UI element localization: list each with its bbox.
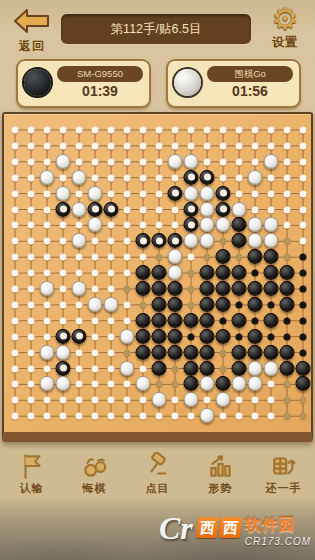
white-stone [200,233,215,248]
white-territory-dot [28,142,35,149]
white-territory-dot [44,142,51,149]
white-territory-dot [284,142,291,149]
white-territory-mark [156,237,163,244]
go-board[interactable] [2,112,313,442]
white-territory-dot [108,238,115,245]
white-territory-dot [124,254,131,261]
white-territory-dot [140,222,147,229]
black-stone [280,265,295,280]
undo-label: 悔棋 [67,481,123,496]
white-stone [136,376,151,391]
watermark-domain: CR173.COM [245,536,311,547]
white-territory-dot [172,413,179,420]
white-territory-dot [156,206,163,213]
white-territory-dot [220,127,227,134]
white-stone [40,170,55,185]
black-stone [264,281,279,296]
white-territory-dot [268,142,275,149]
black-stone [216,281,231,296]
black-stone [168,329,183,344]
white-territory-dot [252,190,259,197]
white-stone [264,217,279,232]
black-stone [264,344,279,359]
black-stone [152,313,167,328]
white-territory-dot [44,206,51,213]
black-player-card: SM-G9550 01:39 [16,59,151,108]
dead-black-stone [216,201,231,216]
dead-black-stone [136,233,151,248]
white-territory-dot [92,270,99,277]
white-territory-dot [12,238,19,245]
black-stone [248,329,263,344]
white-territory-dot [108,286,115,293]
white-territory-dot [108,397,115,404]
white-territory-dot [124,413,131,420]
white-territory-dot [300,222,307,229]
analysis-button[interactable]: 形势 [193,452,249,496]
white-territory-dot [124,127,131,134]
takeback-label: 还一手 [256,481,312,496]
white-territory-dot [124,158,131,165]
black-player-name: SM-G9550 [57,66,143,82]
white-territory-dot [268,190,275,197]
white-territory-dot [60,127,67,134]
black-stone [200,313,215,328]
white-stone [120,360,135,375]
board-grid [4,114,311,432]
white-stone-avatar [174,69,201,96]
white-territory-dot [220,158,227,165]
white-territory-dot [76,413,83,420]
white-territory-dot [60,413,67,420]
black-territory-dot [300,270,307,277]
black-stone [216,249,231,264]
black-stone [168,313,183,328]
dead-black-stone [168,185,183,200]
white-stone [248,376,263,391]
neutral-dot [156,381,163,388]
neutral-dot [188,270,195,277]
black-stone [264,313,279,328]
black-stone [152,360,167,375]
white-stone [264,360,279,375]
white-territory-dot [44,222,51,229]
white-territory-mark [188,205,195,212]
black-territory-dot [300,286,307,293]
white-stone [184,233,199,248]
white-stone [168,249,183,264]
white-territory-dot [76,222,83,229]
white-territory-dot [188,413,195,420]
white-stone [184,154,199,169]
white-territory-dot [12,222,19,229]
white-territory-dot [172,222,179,229]
white-territory-dot [156,222,163,229]
white-territory-dot [204,397,211,404]
white-territory-dot [124,206,131,213]
white-stone [56,154,71,169]
white-territory-dot [92,397,99,404]
dead-black-stone [88,201,103,216]
white-territory-dot [140,127,147,134]
count-button[interactable]: 点目 [130,452,186,496]
dead-black-stone [152,233,167,248]
black-stone [136,281,151,296]
white-territory-dot [44,158,51,165]
black-territory-dot [284,317,291,324]
watermark: Cr 西 西 软件园 CR173.COM [159,511,311,547]
black-territory-dot [300,301,307,308]
resign-label: 认输 [4,481,60,496]
move-info-bar: 第112手/贴6.5目 [61,14,251,44]
white-territory-dot [108,317,115,324]
white-territory-dot [28,333,35,340]
white-territory-dot [108,333,115,340]
white-territory-dot [12,174,19,181]
white-territory-dot [92,413,99,420]
white-stone [88,217,103,232]
black-territory-dot [236,333,243,340]
black-territory-dot [252,317,259,324]
white-stone [264,154,279,169]
watermark-site-char1: 西 [196,517,219,538]
white-territory-dot [28,158,35,165]
neutral-dot [300,413,307,420]
white-territory-dot [44,317,51,324]
count-gavel-icon [144,452,172,480]
white-stone [200,408,215,423]
neutral-dot [140,301,147,308]
white-territory-mark [172,189,179,196]
white-territory-dot [156,158,163,165]
white-territory-dot [92,254,99,261]
white-territory-dot [300,127,307,134]
black-player-clock: 01:39 [57,83,143,99]
go-app-screen: 返回 第112手/贴6.5目 ⚙ 设置 SM-G9550 01:39 围棋Go … [0,0,315,560]
black-territory-dot [236,301,243,308]
neutral-dot [188,286,195,293]
white-stone [56,344,71,359]
black-stone [264,265,279,280]
white-territory-dot [60,301,67,308]
black-stone [136,329,151,344]
black-stone [152,281,167,296]
white-territory-dot [44,238,51,245]
white-territory-dot [12,270,19,277]
white-territory-dot [76,365,83,372]
neutral-dot [284,381,291,388]
white-territory-dot [44,365,51,372]
white-territory-dot [124,238,131,245]
white-territory-dot [108,381,115,388]
white-territory-dot [124,190,131,197]
white-territory-dot [268,413,275,420]
white-territory-dot [252,413,259,420]
white-stone [40,281,55,296]
neutral-dot [172,381,179,388]
white-territory-dot [12,127,19,134]
white-territory-dot [284,222,291,229]
white-territory-dot [28,349,35,356]
white-territory-dot [76,349,83,356]
white-territory-dot [124,270,131,277]
white-stone [72,281,87,296]
white-territory-dot [220,413,227,420]
takeback-button[interactable]: 还一手 [256,452,312,496]
white-territory-dot [140,190,147,197]
white-territory-dot [188,142,195,149]
resign-button[interactable]: 认输 [4,452,60,496]
black-territory-dot [220,317,227,324]
white-territory-dot [108,158,115,165]
white-territory-dot [12,286,19,293]
white-territory-dot [236,397,243,404]
white-territory-dot [188,127,195,134]
black-stone [184,360,199,375]
white-player-name: 围棋Go [207,66,293,82]
neutral-dot [124,286,131,293]
black-stone [232,344,247,359]
white-stone [216,217,231,232]
neutral-dot [284,397,291,404]
white-territory-dot [12,142,19,149]
white-territory-dot [28,206,35,213]
white-territory-dot [28,190,35,197]
neutral-dot [156,254,163,261]
black-stone [216,376,231,391]
black-stone [264,249,279,264]
white-territory-dot [268,127,275,134]
white-territory-dot [44,333,51,340]
white-territory-dot [236,174,243,181]
neutral-dot [124,349,131,356]
white-territory-dot [108,222,115,229]
white-territory-dot [12,365,19,372]
black-stone [232,313,247,328]
settings-button[interactable]: ⚙ 设置 [261,4,309,51]
white-territory-dot [92,286,99,293]
white-territory-dot [108,127,115,134]
neutral-dot [220,365,227,372]
white-territory-dot [60,142,67,149]
black-stone [152,329,167,344]
white-territory-mark [76,333,83,340]
white-territory-dot [300,206,307,213]
white-territory-dot [12,349,19,356]
white-stone [120,329,135,344]
white-territory-dot [44,190,51,197]
black-stone [296,360,311,375]
white-territory-dot [124,222,131,229]
white-territory-dot [172,174,179,181]
white-territory-dot [236,142,243,149]
white-territory-dot [124,174,131,181]
white-territory-dot [252,397,259,404]
white-territory-dot [140,365,147,372]
white-stone [72,233,87,248]
white-territory-mark [60,333,67,340]
white-territory-dot [28,254,35,261]
black-stone [184,313,199,328]
white-territory-dot [92,381,99,388]
undo-button[interactable]: 悔棋 [67,452,123,496]
black-stone [216,329,231,344]
white-territory-dot [300,190,307,197]
white-territory-mark [140,237,147,244]
white-territory-dot [140,174,147,181]
white-stone [88,297,103,312]
white-territory-dot [268,381,275,388]
black-stone [248,249,263,264]
black-stone [152,344,167,359]
white-territory-dot [60,254,67,261]
white-territory-mark [92,205,99,212]
white-territory-mark [188,221,195,228]
white-stone [248,233,263,248]
white-territory-dot [124,397,131,404]
neutral-dot [220,238,227,245]
black-stone [280,360,295,375]
white-territory-dot [156,190,163,197]
white-territory-dot [220,174,227,181]
white-territory-dot [172,397,179,404]
white-territory-dot [124,381,131,388]
white-stone [200,185,215,200]
neutral-dot [300,397,307,404]
black-stone [152,265,167,280]
white-territory-dot [28,365,35,372]
white-territory-dot [108,254,115,261]
white-territory-dot [28,301,35,308]
white-territory-dot [108,349,115,356]
black-stone [168,281,183,296]
white-territory-dot [60,238,67,245]
watermark-site-char2: 西 [219,517,242,538]
white-territory-dot [28,317,35,324]
dead-black-stone [184,201,199,216]
back-arrow-icon [12,8,52,34]
dead-black-stone [216,185,231,200]
count-label: 点目 [130,481,186,496]
black-stone [248,281,263,296]
white-territory-dot [188,254,195,261]
white-stone [168,154,183,169]
black-territory-dot [300,317,307,324]
black-stone [280,297,295,312]
neutral-dot [188,301,195,308]
white-territory-dot [28,174,35,181]
white-territory-dot [60,286,67,293]
white-stone [216,392,231,407]
white-territory-dot [76,142,83,149]
white-territory-dot [92,238,99,245]
undo-stones-icon [81,452,109,480]
black-territory-dot [300,254,307,261]
white-territory-dot [76,254,83,261]
back-button[interactable]: 返回 [8,8,56,55]
white-stone [248,170,263,185]
white-territory-dot [156,413,163,420]
neutral-dot [172,365,179,372]
white-territory-dot [12,413,19,420]
black-stone [136,313,151,328]
white-territory-dot [92,142,99,149]
black-stone [200,297,215,312]
white-territory-dot [172,127,179,134]
white-territory-dot [28,397,35,404]
white-territory-dot [236,413,243,420]
black-stone [184,376,199,391]
white-territory-mark [220,205,227,212]
white-territory-dot [140,413,147,420]
black-stone [136,344,151,359]
white-stone [248,360,263,375]
dead-black-stone [56,360,71,375]
white-territory-dot [44,413,51,420]
white-territory-dot [108,142,115,149]
white-territory-dot [108,190,115,197]
white-territory-dot [140,142,147,149]
white-territory-dot [12,317,19,324]
dead-black-stone [56,201,71,216]
white-territory-dot [12,206,19,213]
white-territory-dot [12,333,19,340]
white-territory-dot [28,270,35,277]
white-territory-dot [92,174,99,181]
white-territory-dot [172,142,179,149]
white-stone [232,201,247,216]
white-territory-dot [268,174,275,181]
white-territory-dot [236,158,243,165]
white-territory-dot [204,158,211,165]
white-stone [248,217,263,232]
white-territory-dot [92,127,99,134]
white-territory-dot [204,142,211,149]
bottom-toolbar: 认输 悔棋 点目 [0,447,315,509]
white-territory-dot [108,365,115,372]
black-territory-dot [252,270,259,277]
white-territory-dot [252,158,259,165]
white-territory-dot [284,190,291,197]
back-label: 返回 [8,38,56,55]
white-territory-dot [284,174,291,181]
white-territory-dot [60,222,67,229]
black-stone [200,265,215,280]
black-stone [232,360,247,375]
black-stone [184,344,199,359]
takeback-icon [270,452,298,480]
black-stone [296,376,311,391]
white-territory-dot [204,127,211,134]
white-stone [200,376,215,391]
dead-black-stone [184,170,199,185]
white-territory-dot [236,127,243,134]
white-territory-dot [60,174,67,181]
white-territory-dot [92,158,99,165]
white-territory-dot [108,174,115,181]
black-stone [280,281,295,296]
white-territory-mark [204,174,211,181]
neutral-dot [284,238,291,245]
white-stone [104,297,119,312]
white-territory-mark [188,174,195,181]
white-territory-dot [140,254,147,261]
analysis-chart-icon [207,452,235,480]
white-territory-dot [108,270,115,277]
black-stone [152,297,167,312]
black-stone [248,297,263,312]
black-stone [200,360,215,375]
